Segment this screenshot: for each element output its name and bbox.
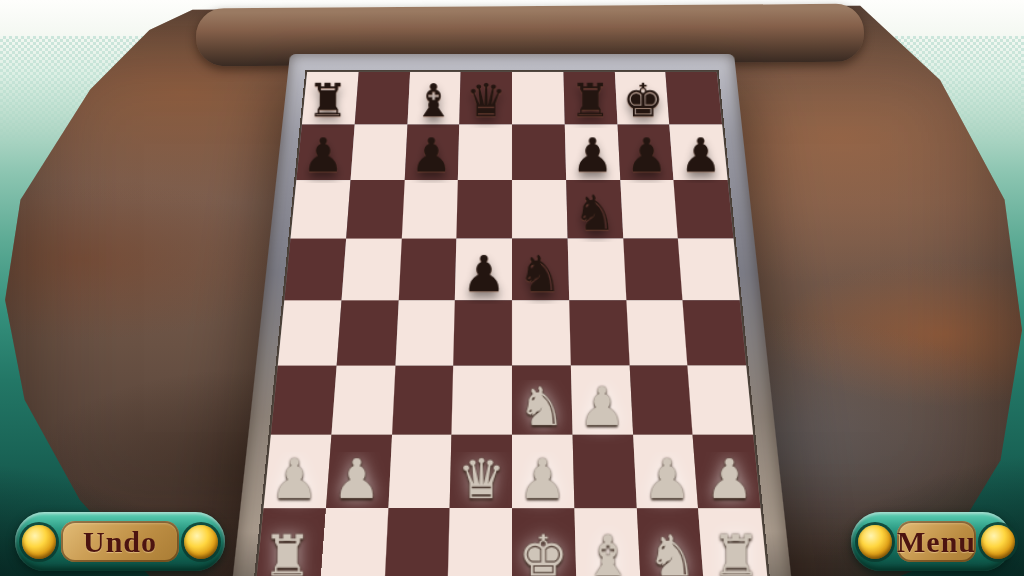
square-g2[interactable]: ♟: [633, 435, 699, 508]
square-h6[interactable]: [674, 180, 734, 238]
square-b1[interactable]: [320, 508, 388, 576]
square-e2[interactable]: ♟: [512, 435, 574, 508]
square-f5[interactable]: [567, 239, 625, 301]
square-b5[interactable]: [341, 239, 401, 301]
square-a8[interactable]: ♜: [302, 72, 358, 125]
square-h4[interactable]: [683, 300, 746, 365]
square-f2[interactable]: [572, 435, 636, 508]
square-e4[interactable]: [512, 300, 571, 365]
square-e8[interactable]: [512, 72, 565, 125]
menu-button-panel: Menu: [897, 521, 976, 562]
square-c6[interactable]: [401, 180, 458, 238]
undo-label: Undo: [83, 525, 157, 559]
square-b7[interactable]: [350, 125, 407, 180]
gold-gem-icon: [184, 525, 218, 559]
square-c4[interactable]: [395, 300, 455, 365]
square-d4[interactable]: [453, 300, 512, 365]
square-a1[interactable]: ♜: [256, 508, 326, 576]
square-d6[interactable]: [457, 180, 512, 238]
square-b8[interactable]: [354, 72, 409, 125]
square-f1[interactable]: ♝: [574, 508, 640, 576]
square-b3[interactable]: [331, 366, 395, 435]
square-f8[interactable]: ♜: [563, 72, 617, 125]
white-pawn[interactable]: ♟: [567, 380, 638, 433]
square-a5[interactable]: [284, 239, 346, 301]
chessboard: ♜♝♛♜♚♟♟♟♟♟♞♟♞♞♟♟♟♛♟♟♟♜♚♝♞♜: [256, 72, 769, 576]
square-a3[interactable]: [271, 366, 336, 435]
square-g8[interactable]: ♚: [614, 72, 669, 125]
square-g7[interactable]: ♟: [617, 125, 674, 180]
square-d1[interactable]: [448, 508, 512, 576]
undo-button[interactable]: Undo: [15, 512, 225, 571]
square-c7[interactable]: ♟: [404, 125, 459, 180]
square-h2[interactable]: ♟: [693, 435, 761, 508]
square-e5[interactable]: ♞: [512, 239, 569, 301]
square-g6[interactable]: [620, 180, 678, 238]
square-e1[interactable]: ♚: [512, 508, 576, 576]
menu-button[interactable]: Menu: [851, 512, 1012, 571]
square-h3[interactable]: [688, 366, 753, 435]
square-g1[interactable]: ♞: [636, 508, 704, 576]
square-a4[interactable]: [278, 300, 341, 365]
square-c5[interactable]: [398, 239, 456, 301]
black-pawn[interactable]: ♟: [292, 132, 356, 179]
square-h1[interactable]: ♜: [698, 508, 768, 576]
square-f6[interactable]: ♞: [566, 180, 623, 238]
square-h5[interactable]: [678, 239, 740, 301]
square-h7[interactable]: ♟: [670, 125, 728, 180]
square-a7[interactable]: ♟: [296, 125, 354, 180]
black-knight[interactable]: ♞: [562, 189, 627, 237]
square-g3[interactable]: [629, 366, 693, 435]
board-scene: ♜♝♛♜♚♟♟♟♟♟♞♟♞♞♟♟♟♛♟♟♟♜♚♝♞♜: [290, 54, 734, 524]
square-f4[interactable]: [569, 300, 629, 365]
square-b2[interactable]: ♟: [326, 435, 392, 508]
square-d2[interactable]: ♛: [450, 435, 512, 508]
chessboard-frame: ♜♝♛♜♚♟♟♟♟♟♞♟♞♞♟♟♟♛♟♟♟♜♚♝♞♜: [229, 54, 796, 576]
gold-gem-icon: [22, 525, 56, 559]
white-pawn[interactable]: ♟: [692, 452, 766, 507]
black-pawn[interactable]: ♟: [399, 132, 463, 179]
undo-button-panel: Undo: [61, 521, 179, 562]
square-e6[interactable]: [512, 180, 567, 238]
black-king[interactable]: ♚: [612, 78, 674, 124]
square-c1[interactable]: [384, 508, 450, 576]
square-b4[interactable]: [336, 300, 398, 365]
menu-label: Menu: [897, 525, 976, 559]
square-b6[interactable]: [346, 180, 404, 238]
square-c3[interactable]: [391, 366, 453, 435]
square-d5[interactable]: ♟: [455, 239, 512, 301]
black-rook[interactable]: ♜: [297, 78, 359, 124]
square-d3[interactable]: [452, 366, 512, 435]
square-e3[interactable]: ♞: [512, 366, 572, 435]
square-e7[interactable]: [512, 125, 566, 180]
gold-gem-icon: [981, 525, 1015, 559]
square-d7[interactable]: [458, 125, 512, 180]
square-f7[interactable]: ♟: [565, 125, 620, 180]
square-g4[interactable]: [626, 300, 688, 365]
black-knight[interactable]: ♞: [507, 249, 574, 299]
square-g5[interactable]: [623, 239, 683, 301]
square-d8[interactable]: ♛: [459, 72, 512, 125]
white-rook[interactable]: ♜: [698, 528, 774, 576]
white-rook[interactable]: ♜: [250, 528, 326, 576]
square-a6[interactable]: [291, 180, 351, 238]
gold-gem-icon: [858, 525, 892, 559]
white-pawn[interactable]: ♟: [506, 452, 579, 507]
square-c8[interactable]: ♝: [407, 72, 461, 125]
game-screen: ♜♝♛♜♚♟♟♟♟♟♞♟♞♞♟♟♟♛♟♟♟♜♚♝♞♜ Undo Menu: [0, 0, 1024, 576]
white-pawn[interactable]: ♟: [320, 452, 394, 507]
black-queen[interactable]: ♛: [455, 78, 517, 124]
black-pawn[interactable]: ♟: [669, 132, 733, 179]
square-f3[interactable]: ♟: [571, 366, 633, 435]
square-c2[interactable]: [388, 435, 452, 508]
